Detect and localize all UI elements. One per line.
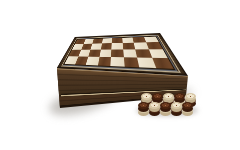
checker-light (163, 93, 174, 100)
checker-light (149, 102, 160, 109)
checkerboard-field (65, 36, 174, 68)
checker-dark (152, 93, 163, 100)
checker-light (141, 93, 152, 100)
checker-dark (160, 102, 171, 109)
checker-light (185, 93, 196, 100)
checker-dark (138, 102, 149, 109)
checker-light (171, 102, 182, 109)
lid-square-dark (98, 57, 111, 66)
lid-square-light (110, 57, 124, 66)
checker-dark (182, 102, 193, 109)
product-photo (0, 0, 240, 150)
checker-dark (174, 93, 185, 100)
